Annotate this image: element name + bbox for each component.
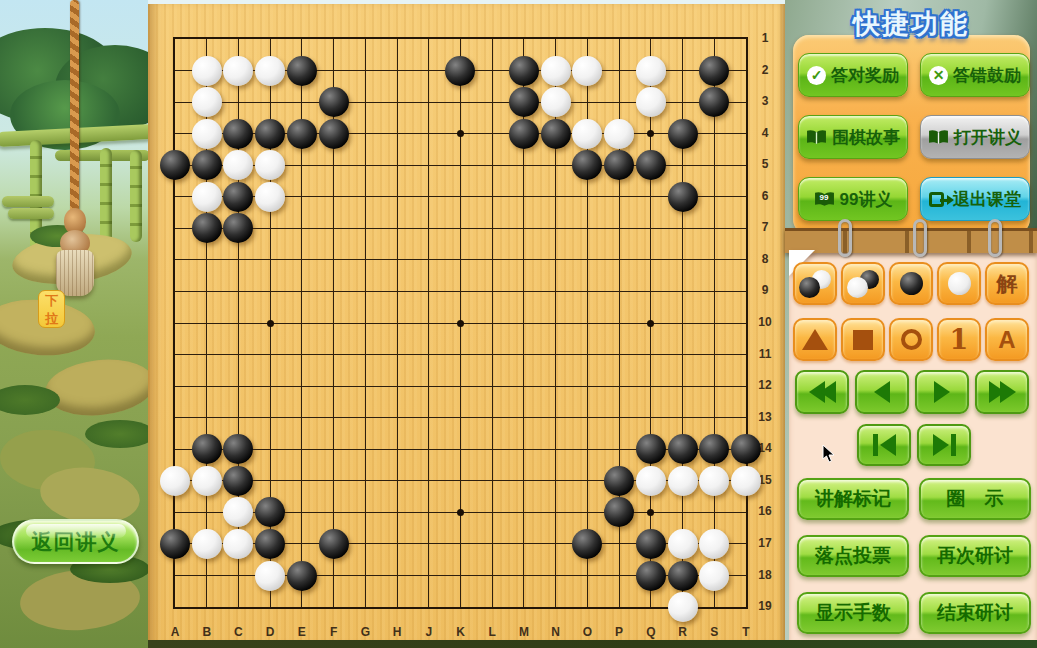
- white-stone[interactable]: [668, 466, 698, 496]
- row-label: 11: [752, 347, 778, 361]
- column-label: R: [673, 625, 693, 639]
- button-label: 围棋故事: [832, 126, 900, 149]
- black-stone[interactable]: [668, 119, 698, 149]
- return-button-label: 返回讲义: [32, 530, 120, 553]
- black-stone[interactable]: [541, 119, 571, 149]
- white-stone[interactable]: [604, 119, 634, 149]
- black-stone[interactable]: [255, 119, 285, 149]
- tool-white-over-black[interactable]: [841, 262, 885, 305]
- button-label: 落点投票: [815, 545, 891, 566]
- button-label: 结束研讨: [937, 602, 1013, 623]
- wrong-encourage-button[interactable]: ✕ 答错鼓励: [920, 53, 1030, 97]
- star-point: [457, 320, 464, 327]
- row-label: 2: [752, 63, 778, 77]
- step-back-button[interactable]: [855, 370, 909, 414]
- row-label: 3: [752, 94, 778, 108]
- bamboo-post: [130, 150, 142, 242]
- mouse-cursor: [822, 444, 836, 468]
- black-stone[interactable]: [509, 119, 539, 149]
- letter-mark-icon: A: [998, 328, 1015, 352]
- row-label: 6: [752, 189, 778, 203]
- white-stone[interactable]: [223, 56, 253, 86]
- panel-title: 快捷功能: [785, 6, 1037, 42]
- row-label: 19: [752, 599, 778, 613]
- button-label: 答错鼓励: [953, 64, 1021, 87]
- black-stone[interactable]: [192, 213, 222, 243]
- skip-to-end-icon: [933, 434, 956, 456]
- grid-line: [175, 354, 746, 355]
- white-stone[interactable]: [255, 182, 285, 212]
- white-stone[interactable]: [160, 466, 190, 496]
- column-label: E: [292, 625, 312, 639]
- black-stone[interactable]: [287, 561, 317, 591]
- column-label: J: [419, 625, 439, 639]
- white-stone[interactable]: [572, 119, 602, 149]
- black-stone[interactable]: [287, 56, 317, 86]
- white-stone[interactable]: [699, 466, 729, 496]
- explain-marks-button[interactable]: 讲解标记: [797, 478, 909, 520]
- white-stone[interactable]: [699, 529, 729, 559]
- rope-tassel: [56, 250, 94, 296]
- white-stone[interactable]: [541, 56, 571, 86]
- row-label: 1: [752, 31, 778, 45]
- end-discussion-button[interactable]: 结束研讨: [919, 592, 1031, 634]
- black-stone[interactable]: [192, 150, 222, 180]
- white-stone[interactable]: [192, 119, 222, 149]
- tool-white-stone[interactable]: [937, 262, 981, 305]
- white-stone[interactable]: [541, 87, 571, 117]
- go-story-button[interactable]: 围棋故事: [798, 115, 908, 159]
- column-label: G: [355, 625, 375, 639]
- binder-ring: [913, 219, 927, 257]
- black-stone[interactable]: [509, 87, 539, 117]
- bamboo-post: [100, 148, 112, 248]
- number-mark-icon: 1: [950, 326, 969, 353]
- step-forward-button[interactable]: [915, 370, 969, 414]
- white-stone[interactable]: [255, 561, 285, 591]
- black-stone[interactable]: [668, 182, 698, 212]
- grass-tuft: [85, 420, 148, 448]
- tool-triangle-mark[interactable]: [793, 318, 837, 361]
- black-stone[interactable]: [319, 529, 349, 559]
- column-label: S: [704, 625, 724, 639]
- background-art: 下拉 返回讲义: [0, 0, 148, 648]
- fast-rewind-button[interactable]: [795, 370, 849, 414]
- bamboo-log: [8, 208, 54, 219]
- black-stone[interactable]: [319, 119, 349, 149]
- button-label: 讲解标记: [815, 488, 891, 509]
- skip-to-end-button[interactable]: [917, 424, 971, 466]
- move-vote-button[interactable]: 落点投票: [797, 535, 909, 577]
- rock: [42, 354, 148, 420]
- column-label: D: [260, 625, 280, 639]
- row-label: 4: [752, 126, 778, 140]
- star-point: [457, 509, 464, 516]
- board-top-edge: [148, 0, 785, 4]
- open-lecture-button[interactable]: 打开讲义: [920, 115, 1030, 159]
- open-book-icon: [928, 129, 949, 145]
- black-stone[interactable]: [287, 119, 317, 149]
- column-label: B: [197, 625, 217, 639]
- discuss-again-button[interactable]: 再次研讨: [919, 535, 1031, 577]
- black-stone[interactable]: [731, 434, 761, 464]
- tool-number-mark[interactable]: 1: [937, 318, 981, 361]
- black-stone[interactable]: [668, 434, 698, 464]
- triangle-mark-icon: [802, 329, 828, 350]
- black-stone[interactable]: [192, 434, 222, 464]
- control-panel: 快捷功能 ✓ 答对奖励 ✕ 答错鼓励 围棋故事 打开讲义 99: [785, 0, 1037, 648]
- row-label: 10: [752, 315, 778, 329]
- bottom-edge-strip: [148, 640, 1037, 648]
- column-label: T: [736, 625, 756, 639]
- white-stone-icon: [948, 272, 971, 295]
- button-label: 退出课堂: [953, 188, 1021, 211]
- skip-to-start-button[interactable]: [857, 424, 911, 466]
- black-stone[interactable]: [319, 87, 349, 117]
- binder-ring: [838, 219, 852, 257]
- correct-reward-button[interactable]: ✓ 答对奖励: [798, 53, 908, 97]
- row-label: 9: [752, 283, 778, 297]
- book-99-icon: 99: [814, 191, 835, 207]
- row-label: 5: [752, 157, 778, 171]
- step-forward-icon: [934, 381, 950, 403]
- column-label: Q: [641, 625, 661, 639]
- white-over-black-stones-icon: [847, 270, 879, 298]
- button-label: 圈 示: [947, 488, 1004, 509]
- white-stone[interactable]: [636, 87, 666, 117]
- white-stone[interactable]: [572, 56, 602, 86]
- tool-black-stone[interactable]: [889, 262, 933, 305]
- book-icon: [806, 129, 827, 145]
- return-to-lecture-button[interactable]: 返回讲义: [12, 519, 139, 564]
- column-label: O: [577, 625, 597, 639]
- black-stone[interactable]: [445, 56, 475, 86]
- exit-classroom-button[interactable]: 退出课堂: [920, 177, 1030, 221]
- grid-line: [175, 386, 746, 387]
- hanging-rope: [70, 0, 79, 212]
- star-point: [647, 320, 654, 327]
- fast-forward-button[interactable]: [975, 370, 1029, 414]
- grass-tuft: [0, 385, 60, 415]
- lecture-99-button[interactable]: 99 99讲义: [798, 177, 908, 221]
- square-mark-icon: [853, 330, 873, 350]
- black-stone[interactable]: [604, 466, 634, 496]
- show-move-numbers-button[interactable]: 显示手数: [797, 592, 909, 634]
- row-label: 8: [752, 252, 778, 266]
- tool-circle-mark[interactable]: [889, 318, 933, 361]
- white-stone[interactable]: [192, 182, 222, 212]
- exit-door-icon: [929, 192, 944, 207]
- button-label: 显示手数: [815, 602, 891, 623]
- tool-letter-mark[interactable]: A: [985, 318, 1029, 361]
- column-label: L: [482, 625, 502, 639]
- skip-to-start-icon: [873, 434, 896, 456]
- tool-square-mark[interactable]: [841, 318, 885, 361]
- white-stone[interactable]: [636, 466, 666, 496]
- black-stone[interactable]: [636, 529, 666, 559]
- black-stone[interactable]: [636, 561, 666, 591]
- column-label: N: [546, 625, 566, 639]
- white-stone[interactable]: [192, 87, 222, 117]
- black-over-white-stones-icon: [799, 270, 831, 298]
- black-stone[interactable]: [636, 434, 666, 464]
- row-label: 16: [752, 504, 778, 518]
- go-classroom-app: 下拉 返回讲义 ABCDEFGHJKLMNOPQRST1234567891011…: [0, 0, 1037, 648]
- white-stone[interactable]: [192, 466, 222, 496]
- row-label: 12: [752, 378, 778, 392]
- black-stone[interactable]: [255, 529, 285, 559]
- row-label: 18: [752, 568, 778, 582]
- white-stone[interactable]: [699, 561, 729, 591]
- column-label: F: [324, 625, 344, 639]
- column-label: C: [228, 625, 248, 639]
- black-stone[interactable]: [668, 561, 698, 591]
- white-stone[interactable]: [731, 466, 761, 496]
- column-label: A: [165, 625, 185, 639]
- white-stone[interactable]: [668, 592, 698, 622]
- solution-label: 解: [997, 270, 1018, 298]
- fast-rewind-icon: [809, 381, 836, 403]
- pull-down-label: 下拉: [45, 292, 59, 328]
- x-circle-icon: ✕: [929, 66, 948, 85]
- white-stone[interactable]: [636, 56, 666, 86]
- black-stone[interactable]: [509, 56, 539, 86]
- button-label: 答对奖励: [831, 64, 899, 87]
- white-stone[interactable]: [192, 56, 222, 86]
- black-stone[interactable]: [699, 56, 729, 86]
- button-label: 再次研讨: [937, 545, 1013, 566]
- check-circle-icon: ✓: [807, 66, 826, 85]
- grid-line: [714, 39, 715, 607]
- bamboo-log: [2, 196, 54, 207]
- binder-ring: [988, 219, 1002, 257]
- white-stone[interactable]: [255, 56, 285, 86]
- black-stone[interactable]: [223, 119, 253, 149]
- column-label: P: [609, 625, 629, 639]
- step-back-icon: [874, 381, 890, 403]
- row-label: 7: [752, 220, 778, 234]
- column-label: H: [387, 625, 407, 639]
- column-label: M: [514, 625, 534, 639]
- tool-solution[interactable]: 解: [985, 262, 1029, 305]
- row-label: 17: [752, 536, 778, 550]
- tool-black-over-white[interactable]: [793, 262, 837, 305]
- column-label: K: [450, 625, 470, 639]
- black-stone[interactable]: [636, 150, 666, 180]
- button-label: 打开讲义: [954, 126, 1022, 149]
- white-stone[interactable]: [192, 529, 222, 559]
- go-board[interactable]: ABCDEFGHJKLMNOPQRST123456789101112131415…: [148, 0, 785, 648]
- pull-down-tag[interactable]: 下拉: [38, 290, 65, 328]
- black-stone-icon: [900, 272, 923, 295]
- star-point: [267, 320, 274, 327]
- circle-show-button[interactable]: 圈 示: [919, 478, 1031, 520]
- grid-line: [492, 39, 493, 607]
- button-label: 99讲义: [840, 188, 893, 211]
- white-stone[interactable]: [668, 529, 698, 559]
- row-label: 13: [752, 410, 778, 424]
- grid-line: [175, 417, 746, 418]
- black-stone[interactable]: [160, 529, 190, 559]
- fast-forward-icon: [989, 381, 1016, 403]
- circle-mark-icon: [901, 329, 922, 350]
